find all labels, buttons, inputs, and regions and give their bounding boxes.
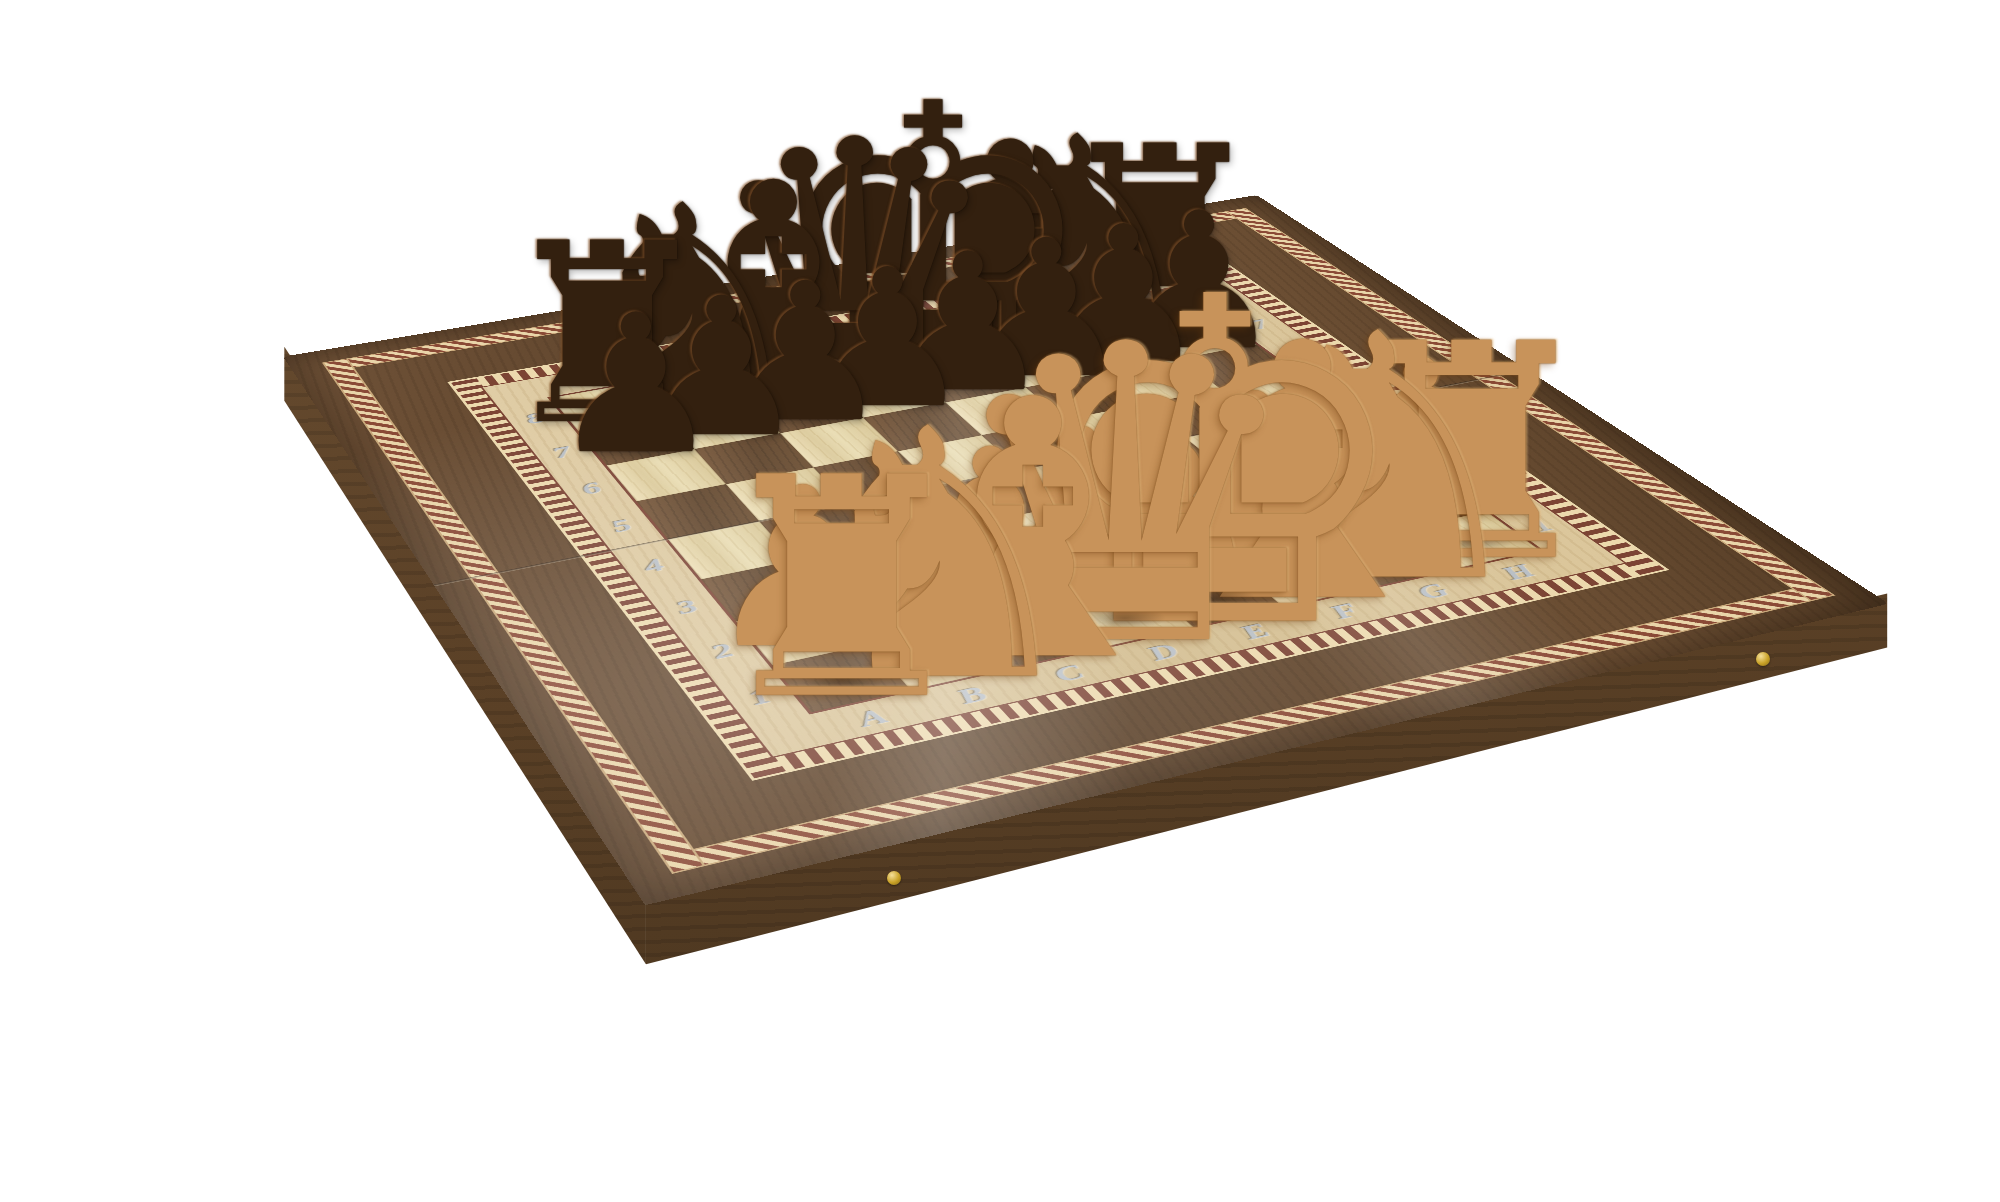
piece-black-pawn-a7[interactable]: ♟ [550,289,722,480]
scene: 1122334455667788AABBCCDDEEFFGGHH ♜♞♝♛♚♝♞… [0,0,2000,1202]
corner-marker [644,903,647,905]
corner-marker [283,356,285,357]
piece-white-rook-a1[interactable]: ♜ [706,439,978,742]
corner-marker [1886,603,1889,604]
